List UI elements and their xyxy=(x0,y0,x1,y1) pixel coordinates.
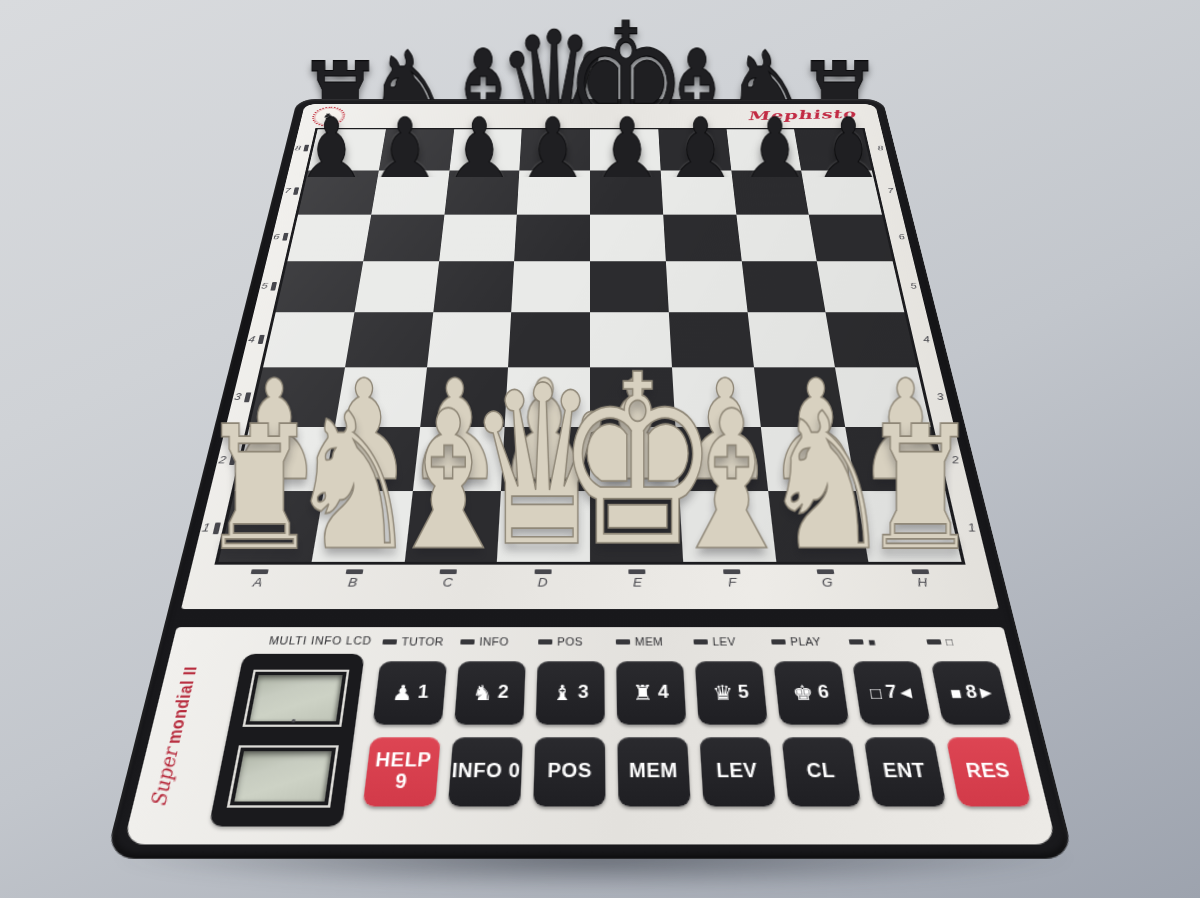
rank-label-right-8: 8 xyxy=(877,145,884,151)
lcd-glass-top xyxy=(250,675,343,721)
led-label-text: LEV xyxy=(712,636,736,647)
rank-led-icon xyxy=(303,145,309,152)
white-square-7-icon: □ xyxy=(869,684,883,700)
key-pos[interactable]: POS xyxy=(533,737,605,806)
file-label-C: C xyxy=(442,577,453,589)
panel-brand: Super mondial II xyxy=(126,627,219,844)
black-square-8-icon: ■ xyxy=(948,684,962,700)
logo-knight-icon: ♞ xyxy=(321,112,336,121)
file-label-G: G xyxy=(821,577,833,589)
key-number: 5 xyxy=(737,683,750,703)
led-window-icon xyxy=(460,639,475,644)
led-window-icon xyxy=(926,639,941,644)
rank-label-left-8: 8 xyxy=(294,145,301,151)
file-label-B: B xyxy=(347,577,358,589)
lcd-screen-top xyxy=(242,670,349,727)
pawn-1-icon: ♟ xyxy=(391,682,414,703)
square-a8[interactable] xyxy=(308,129,385,170)
led-window-icon xyxy=(693,639,707,644)
file-label-H: H xyxy=(916,577,928,589)
key-number: 3 xyxy=(578,683,589,703)
square-d8[interactable] xyxy=(520,129,590,170)
key-number: 4 xyxy=(658,683,670,703)
key-ent[interactable]: ENT xyxy=(864,737,947,806)
key-lev[interactable]: LEV xyxy=(699,737,776,806)
brand-mondial: mondial II xyxy=(162,666,200,744)
chess-computer: ♞ Mephisto 87654321 87654321 ABCDEFGH Su… xyxy=(105,99,1075,859)
square-g8[interactable] xyxy=(726,129,801,170)
board-brand-script: Mephisto xyxy=(746,106,863,123)
key-number: 8 xyxy=(964,683,979,703)
king-6-icon: ♚ xyxy=(791,682,814,703)
right-arrow-icon: ▶ xyxy=(979,685,994,700)
lcd-title: MULTI INFO LCD xyxy=(219,635,421,646)
square-c8[interactable] xyxy=(449,129,522,170)
square-f8[interactable] xyxy=(658,129,731,170)
led-window-icon xyxy=(382,639,397,644)
keypad: TUTOR♟1HELP 9INFO♞2INFO 0POS♝3POSMEM♜4ME… xyxy=(359,633,1039,837)
led-label-text: MEM xyxy=(635,636,664,647)
queen-5-icon: ♛ xyxy=(712,682,734,703)
square-b8[interactable] xyxy=(379,129,454,170)
lcd-glass-bottom xyxy=(234,751,331,801)
white-king-e1[interactable]: ♚ xyxy=(524,245,751,579)
desk-surface: { "game": "chess", "device_model": "Meph… xyxy=(0,0,1200,898)
scene: ♞ Mephisto 87654321 87654321 ABCDEFGH Su… xyxy=(0,0,1200,898)
rook-4-icon: ♜ xyxy=(632,682,653,703)
key-mem[interactable]: MEM xyxy=(617,737,690,806)
knight-2-icon: ♞ xyxy=(472,682,494,703)
key-info-0[interactable]: INFO 0 xyxy=(448,737,523,806)
key-king-6[interactable]: ♚6 xyxy=(773,661,849,724)
bishop-3-icon: ♝ xyxy=(552,682,573,703)
control-panel: Super mondial II MULTI INFO LCD TUTOR♟1H… xyxy=(123,627,1056,844)
key-number: 2 xyxy=(497,683,509,703)
led-label-text: TUTOR xyxy=(401,636,444,647)
square-e8[interactable] xyxy=(590,129,660,170)
key-bishop-3[interactable]: ♝3 xyxy=(536,661,605,724)
key-help-9[interactable]: HELP 9 xyxy=(363,737,441,806)
key-queen-5[interactable]: ♛5 xyxy=(695,661,768,724)
lcd-module xyxy=(209,654,365,827)
key-white-square-7[interactable]: □7◀ xyxy=(852,661,931,724)
lcd-screen-bottom xyxy=(227,745,339,807)
led-label-text: POS xyxy=(557,636,583,647)
key-knight-2[interactable]: ♞2 xyxy=(454,661,526,724)
led-label-1: TUTOR xyxy=(382,633,450,649)
led-label-5: LEV xyxy=(693,633,760,649)
key-number: 1 xyxy=(417,683,430,703)
led-window-icon xyxy=(616,639,630,644)
key-pawn-1[interactable]: ♟1 xyxy=(373,661,447,724)
led-label-6: PLAY xyxy=(770,633,838,649)
led-label-3: POS xyxy=(538,633,604,649)
led-label-text: ■ xyxy=(867,636,876,647)
panel-faceplate xyxy=(123,627,1056,844)
key-black-square-8[interactable]: ■8▶ xyxy=(931,661,1013,724)
lcd-indicator-dot xyxy=(291,719,295,722)
led-window-icon xyxy=(849,639,864,644)
led-label-text: □ xyxy=(944,636,954,647)
file-label-A: A xyxy=(252,577,263,589)
key-number: 6 xyxy=(817,683,830,703)
led-label-7: ■ xyxy=(848,633,917,649)
led-label-text: PLAY xyxy=(790,636,822,647)
led-label-2: INFO xyxy=(460,633,527,649)
key-res[interactable]: RES xyxy=(946,737,1032,806)
left-arrow-icon: ◀ xyxy=(899,685,913,700)
led-label-4: MEM xyxy=(616,633,683,649)
led-window-icon xyxy=(538,639,552,644)
square-h8[interactable] xyxy=(794,129,871,170)
key-rook-4[interactable]: ♜4 xyxy=(616,661,686,724)
led-label-8: □ xyxy=(925,633,995,649)
key-cl[interactable]: CL xyxy=(782,737,862,806)
key-number: 7 xyxy=(884,683,898,703)
led-label-text: INFO xyxy=(479,636,509,647)
brand-super: Super xyxy=(145,748,183,806)
led-window-icon xyxy=(771,639,786,644)
